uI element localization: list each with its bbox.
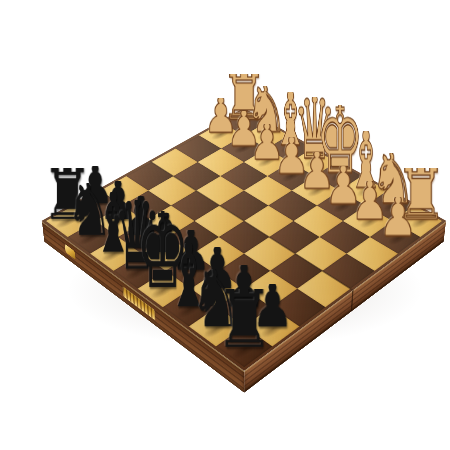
square-d3[interactable] xyxy=(244,237,295,271)
square-d2[interactable] xyxy=(270,254,322,289)
square-e3[interactable] xyxy=(269,221,319,254)
square-b5[interactable] xyxy=(141,237,192,271)
edge-fold-seam xyxy=(351,290,354,312)
square-b6[interactable] xyxy=(118,221,168,254)
chess-board: ♜♟♟♜♞♟♟♞♝♟♟♝♛♟♟♛♚♟♟♚♝♟♟♝♞♟♟♞♜♟♟♜ xyxy=(42,108,446,371)
square-f2[interactable] xyxy=(320,221,370,254)
square-b4[interactable] xyxy=(166,254,218,289)
square-c4[interactable] xyxy=(193,237,244,271)
square-c5[interactable] xyxy=(168,221,218,254)
square-e2[interactable] xyxy=(295,237,346,271)
square-b3[interactable] xyxy=(191,271,244,307)
board-surface xyxy=(42,108,446,371)
square-c3[interactable] xyxy=(218,254,270,289)
scene: ♜♟♟♜♞♟♟♞♝♟♟♝♛♟♟♛♚♟♟♚♝♟♟♝♞♟♟♞♜♟♟♜ xyxy=(0,0,450,450)
board-grid xyxy=(42,108,446,371)
square-c2[interactable] xyxy=(244,271,297,307)
chess-set-photo: ♜♟♟♜♞♟♟♞♝♟♟♝♛♟♟♛♚♟♟♚♝♟♟♝♞♟♟♞♜♟♟♜ xyxy=(0,0,450,450)
square-b2[interactable] xyxy=(217,289,271,327)
brass-hinge-icon xyxy=(65,244,76,260)
square-d4[interactable] xyxy=(219,221,269,254)
